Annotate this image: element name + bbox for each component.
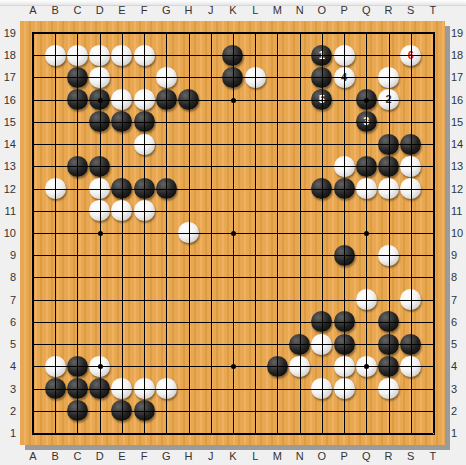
- star-point: [98, 98, 103, 103]
- star-point: [231, 98, 236, 103]
- star-point: [98, 231, 103, 236]
- grid-lines: [0, 0, 466, 465]
- go-board-screen: 123456 AABBCCDDEEFFGGHHJJKKLLMMNNOOPPQQR…: [0, 0, 466, 465]
- star-point: [231, 231, 236, 236]
- star-point: [98, 364, 103, 369]
- star-point: [364, 98, 369, 103]
